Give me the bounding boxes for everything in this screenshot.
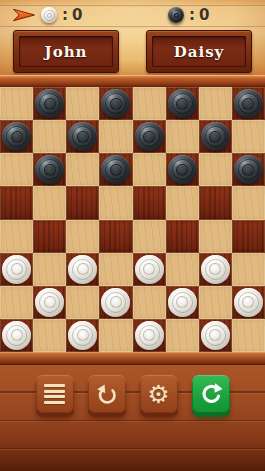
board-square-dark[interactable] [199, 319, 232, 352]
hamburger-icon [44, 384, 65, 404]
board-square-dark[interactable] [66, 186, 99, 219]
black-score-group: : 0 [168, 6, 209, 24]
checker-black[interactable] [135, 122, 164, 151]
board-square-light [99, 120, 132, 153]
board-square-dark[interactable] [66, 120, 99, 153]
board-square-dark[interactable] [166, 87, 199, 120]
board-square-light [0, 220, 33, 253]
checker-white[interactable] [135, 255, 164, 284]
board-square-light [133, 220, 166, 253]
checker-black[interactable] [201, 122, 230, 151]
board-square-light [166, 186, 199, 219]
board-square-light [133, 153, 166, 186]
board-square-light [166, 253, 199, 286]
toolbar: ⚙ [0, 375, 265, 413]
menu-button[interactable] [36, 375, 74, 413]
board-square-dark[interactable] [99, 220, 132, 253]
board-square-dark[interactable] [99, 153, 132, 186]
board-square-light [99, 319, 132, 352]
plate-inner: Daisy [152, 36, 246, 67]
checker-white[interactable] [35, 288, 64, 317]
board-square-dark[interactable] [0, 186, 33, 219]
undo-button[interactable] [88, 375, 126, 413]
board-square-dark[interactable] [133, 120, 166, 153]
checker-black[interactable] [101, 89, 130, 118]
checker-white[interactable] [135, 321, 164, 350]
white-checker-icon [41, 7, 57, 23]
checker-black[interactable] [234, 155, 263, 184]
board-square-light [0, 87, 33, 120]
board-square-dark[interactable] [199, 186, 232, 219]
score-row: : 0 : 0 [0, 0, 265, 30]
shelf-bottom [0, 352, 265, 365]
board-square-dark[interactable] [33, 286, 66, 319]
restart-button[interactable] [192, 375, 230, 413]
checker-white[interactable] [2, 255, 31, 284]
black-score: 0 [199, 6, 209, 24]
board-square-dark[interactable] [33, 220, 66, 253]
settings-button[interactable]: ⚙ [140, 375, 178, 413]
board-square-dark[interactable] [199, 120, 232, 153]
score-separator: : [189, 6, 195, 24]
checker-black[interactable] [35, 155, 64, 184]
plate-inner: John [19, 36, 113, 67]
checker-white[interactable] [201, 255, 230, 284]
board-square-dark[interactable] [99, 87, 132, 120]
board-square-light [166, 319, 199, 352]
board-square-dark[interactable] [133, 319, 166, 352]
board-square-light [33, 319, 66, 352]
board-square-dark[interactable] [99, 286, 132, 319]
board-square-light [133, 87, 166, 120]
board-square-light [0, 153, 33, 186]
board-square-dark[interactable] [0, 120, 33, 153]
black-checker-icon [168, 7, 184, 23]
checker-white[interactable] [68, 255, 97, 284]
board-square-light [0, 286, 33, 319]
board-square-dark[interactable] [0, 253, 33, 286]
board-square-light [232, 120, 265, 153]
board-square-dark[interactable] [232, 153, 265, 186]
board-square-light [66, 87, 99, 120]
turn-indicator-arrow [12, 7, 36, 23]
board-square-light [166, 120, 199, 153]
board-square-light [199, 286, 232, 319]
board-square-light [66, 220, 99, 253]
checker-black[interactable] [168, 89, 197, 118]
board-square-dark[interactable] [33, 153, 66, 186]
checker-black[interactable] [234, 89, 263, 118]
checker-white[interactable] [201, 321, 230, 350]
board-square-light [199, 153, 232, 186]
board-square-dark[interactable] [133, 253, 166, 286]
white-score-group: : 0 [12, 6, 82, 24]
gear-icon: ⚙ [147, 382, 169, 407]
board-square-light [199, 87, 232, 120]
undo-arrow-icon [95, 382, 119, 406]
player-plate-black: Daisy [146, 30, 252, 73]
checker-white[interactable] [101, 288, 130, 317]
player-name-white: John [45, 43, 88, 61]
board-square-light [199, 220, 232, 253]
board-square-light [133, 286, 166, 319]
board-square-light [33, 253, 66, 286]
board-square-dark[interactable] [199, 253, 232, 286]
board-square-light [99, 186, 132, 219]
checker-black[interactable] [168, 155, 197, 184]
board-square-light [232, 319, 265, 352]
checker-black[interactable] [35, 89, 64, 118]
board-square-dark[interactable] [232, 87, 265, 120]
board-square-dark[interactable] [232, 220, 265, 253]
board-square-light [66, 286, 99, 319]
board-square-dark[interactable] [33, 87, 66, 120]
white-score: 0 [72, 6, 82, 24]
board-square-dark[interactable] [232, 286, 265, 319]
board-square-dark[interactable] [133, 186, 166, 219]
board-square-dark[interactable] [166, 220, 199, 253]
board-square-dark[interactable] [0, 319, 33, 352]
score-separator: : [62, 6, 68, 24]
board-square-dark[interactable] [166, 153, 199, 186]
shelf-top [0, 75, 265, 87]
checkers-app: : 0 : 0 John Daisy [0, 0, 265, 471]
board-square-dark[interactable] [66, 253, 99, 286]
board-square-dark[interactable] [66, 319, 99, 352]
board-square-dark[interactable] [166, 286, 199, 319]
checker-black[interactable] [2, 122, 31, 151]
restart-arrow-icon [198, 382, 223, 407]
checker-black[interactable] [101, 155, 130, 184]
board-square-light [99, 253, 132, 286]
board [0, 87, 265, 352]
checker-black[interactable] [68, 122, 97, 151]
board-square-light [232, 253, 265, 286]
player-plate-white: John [13, 30, 119, 73]
checker-white[interactable] [168, 288, 197, 317]
player-name-black: Daisy [174, 43, 225, 61]
board-square-light [33, 186, 66, 219]
board-square-light [232, 186, 265, 219]
checker-white[interactable] [234, 288, 263, 317]
board-square-light [33, 120, 66, 153]
board-square-light [66, 153, 99, 186]
checker-white[interactable] [2, 321, 31, 350]
checker-white[interactable] [68, 321, 97, 350]
